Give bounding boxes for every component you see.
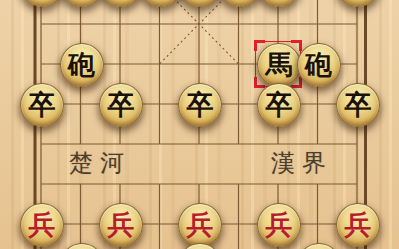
piece-black-cannon-h8[interactable]: 砲	[297, 43, 341, 87]
piece-red-soldier-c4[interactable]: 兵	[99, 203, 143, 247]
piece-character: 馬	[266, 51, 293, 78]
piece-character: 兵	[345, 211, 372, 238]
piece-black-soldier-g7[interactable]: 卒	[257, 83, 301, 127]
piece-character: 砲	[305, 51, 332, 78]
piece-black-soldier-c7[interactable]: 卒	[99, 83, 143, 127]
xiangqi-board[interactable]: 楚河 漢界 車馬象士將士象車砲馬砲卒卒卒卒卒兵兵兵兵兵炮相炮	[0, 0, 399, 249]
piece-red-soldier-a4[interactable]: 兵	[20, 203, 64, 247]
piece-black-horse-g8[interactable]: 馬	[257, 43, 301, 87]
piece-red-soldier-i4[interactable]: 兵	[336, 203, 380, 247]
river-label-han: 漢界	[271, 151, 333, 175]
piece-black-soldier-e7[interactable]: 卒	[178, 83, 222, 127]
piece-character: 卒	[187, 91, 214, 118]
piece-character: 兵	[108, 211, 135, 238]
piece-black-cannon-b8[interactable]: 砲	[60, 43, 104, 87]
piece-black-soldier-a7[interactable]: 卒	[20, 83, 64, 127]
piece-character: 兵	[266, 211, 293, 238]
piece-red-soldier-e4[interactable]: 兵	[178, 203, 222, 247]
piece-character: 卒	[345, 91, 372, 118]
piece-character: 兵	[187, 211, 214, 238]
piece-black-soldier-i7[interactable]: 卒	[336, 83, 380, 127]
piece-character: 砲	[68, 51, 95, 78]
piece-character: 卒	[29, 91, 56, 118]
piece-character: 卒	[108, 91, 135, 118]
piece-character: 兵	[29, 211, 56, 238]
piece-red-soldier-g4[interactable]: 兵	[257, 203, 301, 247]
piece-character: 卒	[266, 91, 293, 118]
river-label-chu: 楚河	[69, 151, 131, 175]
